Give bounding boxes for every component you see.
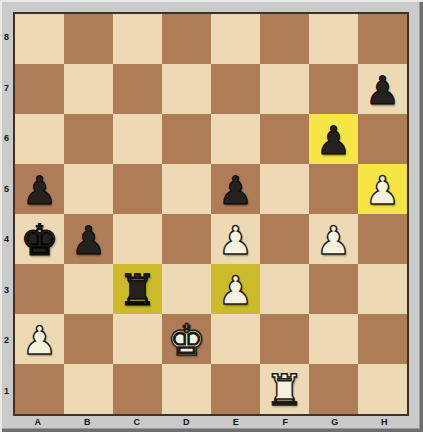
square-d5[interactable] <box>162 164 211 214</box>
piece-white-rook[interactable]: ♜ <box>265 369 304 412</box>
square-c5[interactable] <box>113 164 162 214</box>
file-labels: ABCDEFGH <box>13 414 409 429</box>
square-b2[interactable] <box>64 314 113 364</box>
piece-white-pawn[interactable]: ♟ <box>22 321 57 360</box>
square-a8[interactable] <box>15 14 64 64</box>
rank-labels: 87654321 <box>0 12 13 416</box>
square-b4[interactable]: ♟ <box>64 214 113 264</box>
square-f1[interactable]: ♜ <box>260 364 309 414</box>
piece-black-pawn[interactable]: ♟ <box>71 221 106 260</box>
square-g1[interactable] <box>309 364 358 414</box>
piece-white-pawn[interactable]: ♟ <box>218 271 253 310</box>
square-a2[interactable]: ♟ <box>15 314 64 364</box>
square-a7[interactable] <box>15 64 64 114</box>
file-label-a: A <box>13 414 63 429</box>
rank-label-1: 1 <box>0 366 13 417</box>
square-f3[interactable] <box>260 264 309 314</box>
square-a3[interactable] <box>15 264 64 314</box>
square-g7[interactable] <box>309 64 358 114</box>
square-e3[interactable]: ♟ <box>211 264 260 314</box>
square-c4[interactable] <box>113 214 162 264</box>
file-label-e: E <box>211 414 261 429</box>
file-label-d: D <box>162 414 212 429</box>
square-e8[interactable] <box>211 14 260 64</box>
square-b7[interactable] <box>64 64 113 114</box>
piece-black-pawn[interactable]: ♟ <box>218 171 253 210</box>
square-c2[interactable] <box>113 314 162 364</box>
square-d8[interactable] <box>162 14 211 64</box>
piece-white-pawn[interactable]: ♟ <box>316 221 351 260</box>
square-d6[interactable] <box>162 114 211 164</box>
square-f2[interactable] <box>260 314 309 364</box>
square-h3[interactable] <box>358 264 407 314</box>
square-a4[interactable]: ♚ <box>15 214 64 264</box>
file-label-b: B <box>63 414 113 429</box>
square-f4[interactable] <box>260 214 309 264</box>
square-b8[interactable] <box>64 14 113 64</box>
square-c1[interactable] <box>113 364 162 414</box>
rank-label-6: 6 <box>0 113 13 164</box>
square-e7[interactable] <box>211 64 260 114</box>
square-b5[interactable] <box>64 164 113 214</box>
square-e2[interactable] <box>211 314 260 364</box>
square-h2[interactable] <box>358 314 407 364</box>
square-f5[interactable] <box>260 164 309 214</box>
square-b1[interactable] <box>64 364 113 414</box>
square-a1[interactable] <box>15 364 64 414</box>
square-d1[interactable] <box>162 364 211 414</box>
square-f7[interactable] <box>260 64 309 114</box>
square-e6[interactable] <box>211 114 260 164</box>
square-c6[interactable] <box>113 114 162 164</box>
board-frame: ♟♟♟♟♟♚♟♟♟♜♟♟♚♜ 87654321 ABCDEFGH <box>0 0 423 432</box>
square-d7[interactable] <box>162 64 211 114</box>
square-g8[interactable] <box>309 14 358 64</box>
square-d2[interactable]: ♚ <box>162 314 211 364</box>
piece-black-pawn[interactable]: ♟ <box>365 71 400 110</box>
square-f6[interactable] <box>260 114 309 164</box>
square-g4[interactable]: ♟ <box>309 214 358 264</box>
file-label-f: F <box>261 414 311 429</box>
piece-white-pawn[interactable]: ♟ <box>218 221 253 260</box>
square-e4[interactable]: ♟ <box>211 214 260 264</box>
square-b3[interactable] <box>64 264 113 314</box>
square-c7[interactable] <box>113 64 162 114</box>
square-e5[interactable]: ♟ <box>211 164 260 214</box>
square-g6[interactable]: ♟ <box>309 114 358 164</box>
file-label-h: H <box>360 414 410 429</box>
rank-label-2: 2 <box>0 315 13 366</box>
piece-white-pawn[interactable]: ♟ <box>365 171 400 210</box>
file-label-c: C <box>112 414 162 429</box>
rank-label-5: 5 <box>0 164 13 215</box>
square-a6[interactable] <box>15 114 64 164</box>
file-label-g: G <box>310 414 360 429</box>
square-h8[interactable] <box>358 14 407 64</box>
square-h1[interactable] <box>358 364 407 414</box>
rank-label-3: 3 <box>0 265 13 316</box>
square-h4[interactable] <box>358 214 407 264</box>
square-g2[interactable] <box>309 314 358 364</box>
piece-black-king[interactable]: ♚ <box>20 219 59 262</box>
square-h6[interactable] <box>358 114 407 164</box>
square-c8[interactable] <box>113 14 162 64</box>
square-h5[interactable]: ♟ <box>358 164 407 214</box>
rank-label-8: 8 <box>0 12 13 63</box>
square-e1[interactable] <box>211 364 260 414</box>
square-c3[interactable]: ♜ <box>113 264 162 314</box>
rank-label-4: 4 <box>0 214 13 265</box>
square-b6[interactable] <box>64 114 113 164</box>
piece-black-pawn[interactable]: ♟ <box>22 171 57 210</box>
square-d4[interactable] <box>162 214 211 264</box>
square-f8[interactable] <box>260 14 309 64</box>
piece-black-pawn[interactable]: ♟ <box>316 121 351 160</box>
piece-black-rook[interactable]: ♜ <box>118 269 157 312</box>
square-g5[interactable] <box>309 164 358 214</box>
piece-white-king[interactable]: ♚ <box>167 319 206 362</box>
square-a5[interactable]: ♟ <box>15 164 64 214</box>
chess-board: ♟♟♟♟♟♚♟♟♟♜♟♟♚♜ <box>13 12 409 416</box>
square-g3[interactable] <box>309 264 358 314</box>
square-d3[interactable] <box>162 264 211 314</box>
rank-label-7: 7 <box>0 63 13 114</box>
square-h7[interactable]: ♟ <box>358 64 407 114</box>
